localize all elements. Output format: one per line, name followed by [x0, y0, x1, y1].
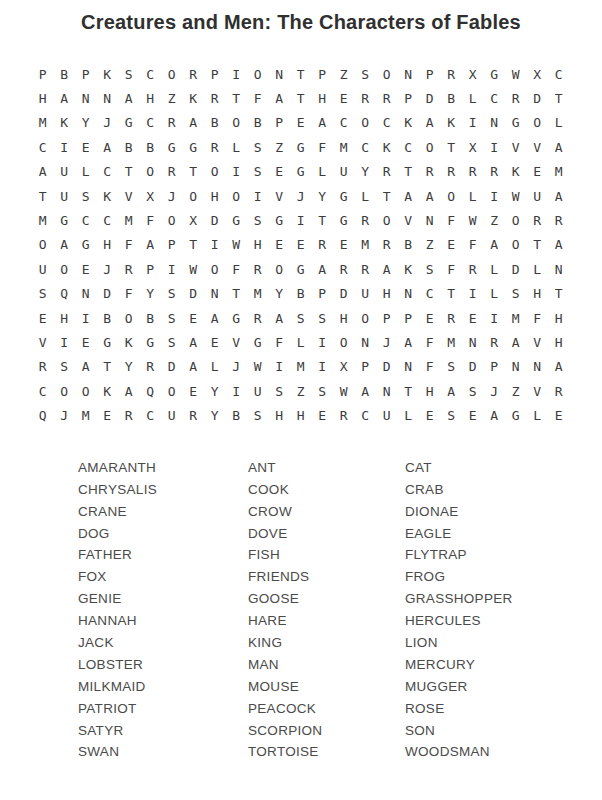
grid-cell: I — [247, 184, 269, 208]
grid-cell: D — [333, 282, 355, 306]
grid-cell: Y — [140, 282, 162, 306]
grid-cell: T — [527, 233, 549, 257]
grid-cell: G — [140, 330, 162, 354]
grid-cell: A — [269, 86, 291, 110]
grid-cell: P — [161, 233, 183, 257]
grid-cell: S — [247, 160, 269, 184]
grid-cell: O — [140, 160, 162, 184]
grid-cell: D — [204, 208, 226, 232]
grid-cell: S — [161, 330, 183, 354]
grid-cell: I — [204, 233, 226, 257]
letter-grid: PBPKSCORPIONTPZSONPRXGWXCHANNAHZKRTFATHE… — [32, 62, 570, 428]
grid-cell: D — [161, 355, 183, 379]
word-item: MUGGER — [405, 676, 575, 698]
grid-cell: J — [97, 111, 119, 135]
grid-cell: D — [97, 282, 119, 306]
grid-cell: F — [140, 208, 162, 232]
word-item: FATHER — [78, 544, 248, 566]
grid-cell: O — [183, 184, 205, 208]
grid-cell: T — [183, 160, 205, 184]
grid-cell: E — [312, 403, 334, 427]
grid-cell: I — [54, 135, 76, 159]
grid-cell: L — [462, 86, 484, 110]
grid-cell: C — [419, 282, 441, 306]
word-item: SWAN — [78, 741, 248, 763]
word-item: KING — [248, 632, 405, 654]
grid-cell: F — [527, 306, 549, 330]
grid-cell: U — [32, 257, 54, 281]
grid-cell: F — [118, 282, 140, 306]
grid-cell: V — [269, 184, 291, 208]
grid-cell: Q — [54, 282, 76, 306]
word-item: LOBSTER — [78, 654, 248, 676]
word-item: COOK — [248, 479, 405, 501]
grid-cell: N — [484, 111, 506, 135]
grid-cell: O — [204, 160, 226, 184]
grid-cell: G — [97, 330, 119, 354]
grid-cell: R — [505, 86, 527, 110]
puzzle-title: Creatures and Men: The Characters of Fab… — [0, 0, 602, 34]
word-item: DOG — [78, 523, 248, 545]
grid-cell: D — [376, 355, 398, 379]
grid-cell: T — [118, 160, 140, 184]
grid-cell: E — [462, 403, 484, 427]
grid-cell: A — [548, 184, 570, 208]
grid-cell: E — [75, 330, 97, 354]
grid-cell: X — [183, 208, 205, 232]
grid-cell: H — [32, 86, 54, 110]
grid-cell: C — [97, 208, 119, 232]
grid-cell: F — [441, 257, 463, 281]
grid-cell: R — [333, 257, 355, 281]
grid-cell: N — [97, 86, 119, 110]
grid-cell: R — [441, 62, 463, 86]
grid-cell: I — [312, 330, 334, 354]
grid-cell: H — [247, 233, 269, 257]
grid-cell: B — [290, 282, 312, 306]
grid-cell: E — [548, 403, 570, 427]
grid-cell: I — [462, 282, 484, 306]
grid-cell: H — [204, 184, 226, 208]
grid-cell: Y — [204, 403, 226, 427]
grid-cell: N — [204, 282, 226, 306]
grid-cell: V — [226, 330, 248, 354]
grid-cell: E — [75, 135, 97, 159]
word-item: DIONAE — [405, 501, 575, 523]
grid-cell: C — [333, 111, 355, 135]
grid-cell: E — [441, 233, 463, 257]
grid-cell: N — [548, 257, 570, 281]
grid-cell: A — [140, 233, 162, 257]
grid-cell: M — [290, 355, 312, 379]
word-item: SATYR — [78, 720, 248, 742]
grid-cell: B — [140, 135, 162, 159]
grid-cell: G — [484, 62, 506, 86]
grid-cell: H — [312, 86, 334, 110]
word-item: HARE — [248, 610, 405, 632]
grid-cell: C — [97, 160, 119, 184]
grid-cell: P — [312, 62, 334, 86]
grid-cell: W — [247, 355, 269, 379]
word-list: AMARANTHCHRYSALISCRANEDOGFATHERFOXGENIEH… — [0, 457, 602, 763]
grid-cell: K — [97, 184, 119, 208]
grid-cell: F — [419, 330, 441, 354]
grid-cell: M — [118, 208, 140, 232]
grid-cell: M — [333, 135, 355, 159]
grid-cell: Y — [269, 282, 291, 306]
grid-cell: O — [527, 111, 549, 135]
grid-cell: V — [527, 379, 549, 403]
grid-cell: L — [527, 257, 549, 281]
grid-cell: E — [204, 330, 226, 354]
grid-cell: B — [398, 233, 420, 257]
grid-cell: A — [355, 379, 377, 403]
grid-cell: R — [527, 208, 549, 232]
word-item: PATRIOT — [78, 698, 248, 720]
grid-cell: N — [398, 355, 420, 379]
grid-cell: O — [161, 208, 183, 232]
grid-cell: J — [54, 403, 76, 427]
grid-cell: S — [312, 379, 334, 403]
grid-cell: S — [118, 62, 140, 86]
grid-cell: A — [54, 233, 76, 257]
grid-cell: F — [226, 257, 248, 281]
grid-cell: R — [376, 160, 398, 184]
grid-cell: N — [398, 62, 420, 86]
grid-cell: T — [226, 282, 248, 306]
grid-cell: H — [290, 403, 312, 427]
grid-cell: Z — [419, 233, 441, 257]
grid-cell: R — [441, 160, 463, 184]
grid-cell: A — [183, 330, 205, 354]
grid-cell: B — [140, 306, 162, 330]
grid-cell: R — [247, 257, 269, 281]
grid-cell: R — [355, 257, 377, 281]
grid-cell: A — [441, 379, 463, 403]
grid-cell: P — [204, 62, 226, 86]
grid-cell: P — [376, 306, 398, 330]
grid-cell: H — [333, 306, 355, 330]
grid-cell: G — [183, 135, 205, 159]
grid-cell: I — [462, 111, 484, 135]
grid-cell: A — [204, 306, 226, 330]
grid-cell: N — [419, 208, 441, 232]
grid-cell: I — [269, 355, 291, 379]
grid-cell: A — [398, 330, 420, 354]
grid-cell: R — [441, 306, 463, 330]
grid-cell: C — [398, 135, 420, 159]
grid-cell: C — [484, 86, 506, 110]
grid-cell: B — [118, 135, 140, 159]
grid-cell: M — [75, 403, 97, 427]
grid-cell: F — [419, 355, 441, 379]
grid-cell: U — [247, 379, 269, 403]
word-search-page: { "game": "word-search", "title": "Creat… — [0, 0, 602, 800]
grid-cell: H — [548, 306, 570, 330]
grid-cell: T — [226, 86, 248, 110]
grid-cell: G — [226, 208, 248, 232]
word-list-column: AMARANTHCHRYSALISCRANEDOGFATHERFOXGENIEH… — [78, 457, 248, 763]
grid-cell: H — [140, 86, 162, 110]
grid-cell: E — [333, 86, 355, 110]
grid-cell: A — [484, 403, 506, 427]
grid-cell: S — [32, 282, 54, 306]
word-item: FLYTRAP — [405, 544, 575, 566]
grid-cell: G — [505, 403, 527, 427]
grid-cell: R — [183, 403, 205, 427]
grid-cell: R — [548, 379, 570, 403]
grid-cell: Z — [333, 62, 355, 86]
grid-cell: S — [75, 184, 97, 208]
grid-cell: C — [355, 135, 377, 159]
grid-cell: A — [75, 355, 97, 379]
grid-cell: U — [355, 282, 377, 306]
word-item: GRASSHOPPER — [405, 588, 575, 610]
grid-cell: O — [505, 233, 527, 257]
grid-cell: A — [183, 111, 205, 135]
grid-cell: K — [376, 135, 398, 159]
grid-cell: A — [548, 135, 570, 159]
grid-cell: T — [290, 86, 312, 110]
grid-cell: S — [161, 306, 183, 330]
grid-cell: K — [398, 257, 420, 281]
word-item: MAN — [248, 654, 405, 676]
grid-cell: R — [204, 86, 226, 110]
grid-cell: D — [505, 257, 527, 281]
grid-cell: L — [355, 184, 377, 208]
word-item: CAT — [405, 457, 575, 479]
grid-cell: W — [505, 184, 527, 208]
grid-cell: V — [505, 135, 527, 159]
grid-cell: T — [398, 160, 420, 184]
grid-cell: S — [462, 379, 484, 403]
grid-cell: V — [527, 135, 549, 159]
grid-cell: O — [376, 62, 398, 86]
grid-cell: P — [32, 62, 54, 86]
grid-cell: L — [484, 282, 506, 306]
grid-cell: M — [441, 330, 463, 354]
word-item: MERCURY — [405, 654, 575, 676]
word-item: JACK — [78, 632, 248, 654]
word-item: HERCULES — [405, 610, 575, 632]
grid-cell: S — [441, 355, 463, 379]
grid-cell: R — [355, 208, 377, 232]
grid-cell: N — [376, 379, 398, 403]
grid-cell: G — [54, 208, 76, 232]
grid-cell: N — [355, 330, 377, 354]
grid-cell: E — [419, 306, 441, 330]
word-item: EAGLE — [405, 523, 575, 545]
grid-cell: R — [462, 160, 484, 184]
grid-cell: H — [269, 403, 291, 427]
grid-cell: O — [75, 379, 97, 403]
grid-cell: U — [54, 184, 76, 208]
grid-cell: X — [527, 62, 549, 86]
grid-cell: O — [226, 111, 248, 135]
grid-cell: R — [32, 355, 54, 379]
grid-cell: O — [204, 257, 226, 281]
grid-cell: K — [97, 62, 119, 86]
grid-cell: K — [54, 111, 76, 135]
grid-cell: M — [247, 282, 269, 306]
grid-cell: O — [376, 208, 398, 232]
grid-cell: O — [247, 62, 269, 86]
grid-cell: G — [333, 184, 355, 208]
grid-cell: V — [32, 330, 54, 354]
grid-cell: R — [312, 233, 334, 257]
grid-cell: S — [54, 355, 76, 379]
grid-cell: I — [484, 306, 506, 330]
grid-cell: S — [247, 135, 269, 159]
grid-cell: E — [419, 403, 441, 427]
grid-cell: T — [548, 86, 570, 110]
grid-cell: A — [312, 111, 334, 135]
grid-cell: L — [312, 160, 334, 184]
grid-cell: H — [548, 330, 570, 354]
grid-cell: I — [161, 257, 183, 281]
grid-cell: L — [527, 403, 549, 427]
grid-cell: L — [484, 257, 506, 281]
grid-cell: E — [290, 233, 312, 257]
grid-cell: Z — [161, 86, 183, 110]
grid-cell: H — [376, 282, 398, 306]
grid-cell: B — [247, 111, 269, 135]
word-item: AMARANTH — [78, 457, 248, 479]
grid-cell: N — [269, 62, 291, 86]
grid-cell: G — [290, 135, 312, 159]
grid-cell: F — [118, 233, 140, 257]
grid-cell: T — [548, 282, 570, 306]
grid-cell: I — [226, 62, 248, 86]
word-item: ROSE — [405, 698, 575, 720]
grid-cell: T — [398, 379, 420, 403]
grid-cell: J — [161, 184, 183, 208]
grid-cell: T — [290, 62, 312, 86]
grid-cell: Z — [290, 379, 312, 403]
grid-cell: V — [527, 330, 549, 354]
grid-cell: Y — [75, 111, 97, 135]
grid-cell: Y — [312, 184, 334, 208]
grid-cell: E — [183, 306, 205, 330]
grid-cell: I — [75, 306, 97, 330]
grid-cell: N — [505, 355, 527, 379]
grid-cell: R — [118, 257, 140, 281]
grid-cell: L — [548, 111, 570, 135]
grid-cell: Y — [204, 379, 226, 403]
grid-cell: S — [355, 62, 377, 86]
grid-cell: R — [247, 306, 269, 330]
word-item: CRANE — [78, 501, 248, 523]
grid-cell: T — [312, 208, 334, 232]
grid-cell: N — [75, 86, 97, 110]
grid-cell: A — [54, 86, 76, 110]
grid-cell: O — [161, 379, 183, 403]
grid-cell: S — [505, 282, 527, 306]
grid-cell: F — [269, 330, 291, 354]
grid-cell: U — [54, 160, 76, 184]
grid-cell: O — [226, 184, 248, 208]
word-item: SCORPION — [248, 720, 405, 742]
grid-cell: G — [75, 233, 97, 257]
grid-cell: Z — [484, 208, 506, 232]
grid-cell: I — [484, 135, 506, 159]
grid-cell: A — [484, 233, 506, 257]
grid-cell: C — [75, 208, 97, 232]
word-item: CRAB — [405, 479, 575, 501]
grid-cell: O — [355, 306, 377, 330]
grid-cell: T — [97, 355, 119, 379]
word-item: HANNAH — [78, 610, 248, 632]
grid-cell: O — [161, 62, 183, 86]
word-item: FOX — [78, 566, 248, 588]
grid-cell: H — [97, 233, 119, 257]
grid-cell: B — [97, 306, 119, 330]
word-item: SON — [405, 720, 575, 742]
grid-cell: G — [226, 306, 248, 330]
grid-cell: M — [505, 306, 527, 330]
grid-cell: Y — [118, 355, 140, 379]
grid-cell: N — [527, 355, 549, 379]
word-item: MOUSE — [248, 676, 405, 698]
grid-cell: E — [290, 111, 312, 135]
grid-cell: J — [97, 257, 119, 281]
grid-cell: T — [441, 282, 463, 306]
grid-cell: I — [290, 208, 312, 232]
grid-cell: R — [333, 403, 355, 427]
grid-cell: I — [54, 330, 76, 354]
grid-cell: L — [398, 403, 420, 427]
grid-cell: M — [355, 233, 377, 257]
word-item: ANT — [248, 457, 405, 479]
grid-cell: T — [376, 184, 398, 208]
grid-cell: O — [54, 379, 76, 403]
grid-cell: H — [54, 306, 76, 330]
grid-cell: P — [398, 306, 420, 330]
grid-cell: Y — [355, 160, 377, 184]
grid-cell: K — [97, 379, 119, 403]
word-item: GENIE — [78, 588, 248, 610]
grid-cell: F — [312, 135, 334, 159]
grid-cell: E — [269, 160, 291, 184]
grid-cell: G — [118, 111, 140, 135]
word-list-column: CATCRABDIONAEEAGLEFLYTRAPFROGGRASSHOPPER… — [405, 457, 575, 763]
grid-cell: C — [548, 62, 570, 86]
grid-cell: H — [419, 379, 441, 403]
grid-cell: P — [419, 62, 441, 86]
grid-cell: W — [505, 62, 527, 86]
grid-cell: D — [462, 355, 484, 379]
grid-cell: N — [398, 282, 420, 306]
grid-cell: O — [419, 135, 441, 159]
grid-cell: R — [484, 330, 506, 354]
grid-cell: I — [226, 379, 248, 403]
grid-cell: R — [183, 62, 205, 86]
grid-cell: F — [441, 208, 463, 232]
grid-cell: R — [376, 233, 398, 257]
grid-cell: W — [183, 257, 205, 281]
grid-cell: G — [290, 160, 312, 184]
grid-cell: O — [333, 330, 355, 354]
grid-cell: U — [527, 184, 549, 208]
grid-cell: A — [183, 355, 205, 379]
grid-cell: O — [355, 111, 377, 135]
grid-cell: W — [333, 379, 355, 403]
grid-cell: P — [355, 355, 377, 379]
grid-cell: E — [462, 306, 484, 330]
grid-cell: G — [333, 208, 355, 232]
grid-cell: E — [75, 257, 97, 281]
word-item: FRIENDS — [248, 566, 405, 588]
